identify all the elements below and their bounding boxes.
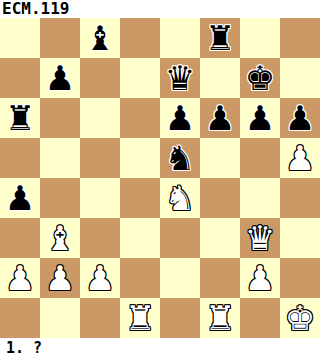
square-b1[interactable] — [40, 298, 80, 338]
piece-white-queen[interactable]: ♛ — [240, 218, 280, 258]
square-d5[interactable] — [120, 138, 160, 178]
piece-black-king[interactable]: ♚ — [240, 58, 280, 98]
square-c8[interactable]: ♝ — [80, 18, 120, 58]
square-h8[interactable] — [280, 18, 320, 58]
square-f1[interactable]: ♜ — [200, 298, 240, 338]
square-g4[interactable] — [240, 178, 280, 218]
piece-white-pawn[interactable]: ♟ — [240, 258, 280, 298]
square-h1[interactable]: ♚ — [280, 298, 320, 338]
square-d2[interactable] — [120, 258, 160, 298]
square-a3[interactable] — [0, 218, 40, 258]
square-c5[interactable] — [80, 138, 120, 178]
square-b2[interactable]: ♟ — [40, 258, 80, 298]
piece-black-pawn[interactable]: ♟ — [240, 98, 280, 138]
square-b3[interactable]: ♝ — [40, 218, 80, 258]
square-g1[interactable] — [240, 298, 280, 338]
square-a8[interactable] — [0, 18, 40, 58]
square-a6[interactable]: ♜ — [0, 98, 40, 138]
square-b8[interactable] — [40, 18, 80, 58]
square-c6[interactable] — [80, 98, 120, 138]
piece-white-king[interactable]: ♚ — [280, 298, 320, 338]
move-prompt: 1. ? — [0, 338, 320, 360]
piece-white-bishop[interactable]: ♝ — [40, 218, 80, 258]
square-h7[interactable] — [280, 58, 320, 98]
square-e3[interactable] — [160, 218, 200, 258]
piece-black-pawn[interactable]: ♟ — [280, 98, 320, 138]
piece-white-rook[interactable]: ♜ — [120, 298, 160, 338]
square-g2[interactable]: ♟ — [240, 258, 280, 298]
piece-black-bishop[interactable]: ♝ — [80, 18, 120, 58]
square-a7[interactable] — [0, 58, 40, 98]
square-f4[interactable] — [200, 178, 240, 218]
square-f6[interactable]: ♟ — [200, 98, 240, 138]
square-d6[interactable] — [120, 98, 160, 138]
square-h5[interactable]: ♟ — [280, 138, 320, 178]
piece-black-rook[interactable]: ♜ — [0, 98, 40, 138]
square-g3[interactable]: ♛ — [240, 218, 280, 258]
square-b6[interactable] — [40, 98, 80, 138]
square-a5[interactable] — [0, 138, 40, 178]
piece-black-rook[interactable]: ♜ — [200, 18, 240, 58]
square-f5[interactable] — [200, 138, 240, 178]
square-e7[interactable]: ♛ — [160, 58, 200, 98]
chess-board: ♝♜♟♛♚♜♟♟♟♟♞♟♟♞♝♛♟♟♟♟♜♜♚ — [0, 18, 320, 338]
square-c4[interactable] — [80, 178, 120, 218]
square-a1[interactable] — [0, 298, 40, 338]
piece-black-queen[interactable]: ♛ — [160, 58, 200, 98]
square-g6[interactable]: ♟ — [240, 98, 280, 138]
piece-black-pawn[interactable]: ♟ — [160, 98, 200, 138]
square-h2[interactable] — [280, 258, 320, 298]
square-e2[interactable] — [160, 258, 200, 298]
square-d4[interactable] — [120, 178, 160, 218]
square-b7[interactable]: ♟ — [40, 58, 80, 98]
square-e5[interactable]: ♞ — [160, 138, 200, 178]
square-d3[interactable] — [120, 218, 160, 258]
piece-black-pawn[interactable]: ♟ — [40, 58, 80, 98]
square-d8[interactable] — [120, 18, 160, 58]
square-a4[interactable]: ♟ — [0, 178, 40, 218]
piece-black-knight[interactable]: ♞ — [160, 138, 200, 178]
piece-white-knight[interactable]: ♞ — [160, 178, 200, 218]
square-f2[interactable] — [200, 258, 240, 298]
square-f7[interactable] — [200, 58, 240, 98]
square-c2[interactable]: ♟ — [80, 258, 120, 298]
square-e6[interactable]: ♟ — [160, 98, 200, 138]
square-d7[interactable] — [120, 58, 160, 98]
piece-white-pawn[interactable]: ♟ — [280, 138, 320, 178]
square-g8[interactable] — [240, 18, 280, 58]
piece-white-rook[interactable]: ♜ — [200, 298, 240, 338]
square-a2[interactable]: ♟ — [0, 258, 40, 298]
square-c7[interactable] — [80, 58, 120, 98]
piece-white-pawn[interactable]: ♟ — [0, 258, 40, 298]
square-e8[interactable] — [160, 18, 200, 58]
diagram-title: ECM.119 — [0, 0, 320, 18]
square-e4[interactable]: ♞ — [160, 178, 200, 218]
chess-diagram: ECM.119 ♝♜♟♛♚♜♟♟♟♟♞♟♟♞♝♛♟♟♟♟♜♜♚ 1. ? — [0, 0, 320, 360]
square-f3[interactable] — [200, 218, 240, 258]
square-d1[interactable]: ♜ — [120, 298, 160, 338]
piece-white-pawn[interactable]: ♟ — [40, 258, 80, 298]
piece-black-pawn[interactable]: ♟ — [0, 178, 40, 218]
square-h4[interactable] — [280, 178, 320, 218]
square-b5[interactable] — [40, 138, 80, 178]
square-g5[interactable] — [240, 138, 280, 178]
square-h6[interactable]: ♟ — [280, 98, 320, 138]
square-f8[interactable]: ♜ — [200, 18, 240, 58]
square-b4[interactable] — [40, 178, 80, 218]
square-c1[interactable] — [80, 298, 120, 338]
square-h3[interactable] — [280, 218, 320, 258]
square-g7[interactable]: ♚ — [240, 58, 280, 98]
square-e1[interactable] — [160, 298, 200, 338]
square-c3[interactable] — [80, 218, 120, 258]
piece-black-pawn[interactable]: ♟ — [200, 98, 240, 138]
piece-white-pawn[interactable]: ♟ — [80, 258, 120, 298]
